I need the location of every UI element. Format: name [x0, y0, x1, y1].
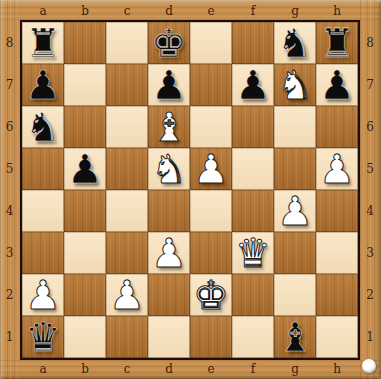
- square-e1[interactable]: [190, 316, 232, 358]
- square-g3[interactable]: [274, 232, 316, 274]
- file-label-f: f: [232, 360, 274, 378]
- rank-label-1: 1: [360, 316, 380, 358]
- piece-black-pawn[interactable]: ♟: [25, 65, 61, 106]
- file-label-b: b: [64, 3, 106, 20]
- file-label-d: d: [148, 360, 190, 378]
- rank-label-6: 6: [0, 106, 19, 148]
- square-b3[interactable]: [64, 232, 106, 274]
- square-d3[interactable]: ♟: [148, 232, 190, 274]
- file-label-h: h: [316, 360, 358, 378]
- square-h2[interactable]: [316, 274, 358, 316]
- white-to-move-indicator: [362, 359, 376, 373]
- square-b8[interactable]: [64, 22, 106, 64]
- square-f8[interactable]: [232, 22, 274, 64]
- square-h6[interactable]: [316, 106, 358, 148]
- rank-label-7: 7: [360, 64, 380, 106]
- square-b5[interactable]: ♟: [64, 148, 106, 190]
- square-e6[interactable]: [190, 106, 232, 148]
- piece-black-knight[interactable]: ♞: [277, 23, 313, 64]
- square-b2[interactable]: [64, 274, 106, 316]
- file-label-c: c: [106, 360, 148, 378]
- square-a4[interactable]: [22, 190, 64, 232]
- square-e4[interactable]: [190, 190, 232, 232]
- square-b6[interactable]: [64, 106, 106, 148]
- rank-label-8: 8: [360, 22, 380, 64]
- rank-label-5: 5: [360, 148, 380, 190]
- square-e3[interactable]: [190, 232, 232, 274]
- square-g2[interactable]: [274, 274, 316, 316]
- file-labels-top: abcdefgh: [22, 3, 358, 20]
- square-c1[interactable]: [106, 316, 148, 358]
- piece-white-pawn[interactable]: ♟: [277, 191, 313, 232]
- file-label-a: a: [22, 360, 64, 378]
- square-b7[interactable]: [64, 64, 106, 106]
- square-c3[interactable]: [106, 232, 148, 274]
- piece-white-bishop[interactable]: ♝: [151, 107, 187, 148]
- piece-white-queen[interactable]: ♛: [235, 233, 271, 274]
- square-a6[interactable]: ♞: [22, 106, 64, 148]
- file-label-g: g: [274, 3, 316, 20]
- rank-label-5: 5: [0, 148, 19, 190]
- square-b4[interactable]: [64, 190, 106, 232]
- piece-black-pawn[interactable]: ♟: [151, 65, 187, 106]
- square-d1[interactable]: [148, 316, 190, 358]
- square-h3[interactable]: [316, 232, 358, 274]
- piece-white-pawn[interactable]: ♟: [193, 149, 229, 190]
- piece-black-knight[interactable]: ♞: [25, 107, 61, 148]
- square-d5[interactable]: ♞: [148, 148, 190, 190]
- square-g7[interactable]: ♞: [274, 64, 316, 106]
- file-label-f: f: [232, 3, 274, 20]
- chess-board-window: abcdefgh abcdefgh 87654321 87654321 ♜♚♞♜…: [0, 0, 381, 379]
- rank-labels-left: 87654321: [0, 22, 19, 358]
- square-h1[interactable]: [316, 316, 358, 358]
- square-f5[interactable]: [232, 148, 274, 190]
- file-label-c: c: [106, 3, 148, 20]
- square-f7[interactable]: ♟: [232, 64, 274, 106]
- square-f3[interactable]: ♛: [232, 232, 274, 274]
- square-f6[interactable]: [232, 106, 274, 148]
- rank-label-4: 4: [360, 190, 380, 232]
- file-label-e: e: [190, 3, 232, 20]
- square-a5[interactable]: [22, 148, 64, 190]
- square-a3[interactable]: [22, 232, 64, 274]
- piece-black-bishop[interactable]: ♝: [277, 317, 313, 358]
- square-e2[interactable]: ♚: [190, 274, 232, 316]
- square-c4[interactable]: [106, 190, 148, 232]
- square-f2[interactable]: [232, 274, 274, 316]
- rank-label-3: 3: [0, 232, 19, 274]
- file-label-g: g: [274, 360, 316, 378]
- square-h8[interactable]: ♜: [316, 22, 358, 64]
- rank-label-3: 3: [360, 232, 380, 274]
- square-g1[interactable]: ♝: [274, 316, 316, 358]
- piece-black-pawn[interactable]: ♟: [319, 65, 355, 106]
- piece-white-pawn[interactable]: ♟: [109, 275, 145, 316]
- piece-black-rook[interactable]: ♜: [319, 23, 355, 64]
- square-a2[interactable]: ♟: [22, 274, 64, 316]
- square-d8[interactable]: ♚: [148, 22, 190, 64]
- piece-white-king[interactable]: ♚: [193, 275, 229, 316]
- square-c5[interactable]: [106, 148, 148, 190]
- square-h5[interactable]: ♟: [316, 148, 358, 190]
- square-h4[interactable]: [316, 190, 358, 232]
- rank-label-8: 8: [0, 22, 19, 64]
- square-e8[interactable]: [190, 22, 232, 64]
- rank-label-1: 1: [0, 316, 19, 358]
- square-c8[interactable]: [106, 22, 148, 64]
- piece-black-rook[interactable]: ♜: [25, 23, 61, 64]
- square-c6[interactable]: [106, 106, 148, 148]
- square-a7[interactable]: ♟: [22, 64, 64, 106]
- square-h7[interactable]: ♟: [316, 64, 358, 106]
- piece-white-knight[interactable]: ♞: [151, 149, 187, 190]
- square-d2[interactable]: [148, 274, 190, 316]
- square-g6[interactable]: [274, 106, 316, 148]
- square-e5[interactable]: ♟: [190, 148, 232, 190]
- square-a8[interactable]: ♜: [22, 22, 64, 64]
- file-labels-bottom: abcdefgh: [22, 360, 358, 378]
- square-g4[interactable]: ♟: [274, 190, 316, 232]
- file-label-a: a: [22, 3, 64, 20]
- square-f4[interactable]: [232, 190, 274, 232]
- piece-black-king[interactable]: ♚: [151, 23, 187, 64]
- piece-black-queen[interactable]: ♛: [25, 317, 61, 358]
- piece-white-knight[interactable]: ♞: [277, 65, 313, 106]
- square-e7[interactable]: [190, 64, 232, 106]
- file-label-h: h: [316, 3, 358, 20]
- piece-white-pawn[interactable]: ♟: [151, 233, 187, 274]
- rank-label-4: 4: [0, 190, 19, 232]
- piece-white-pawn[interactable]: ♟: [25, 275, 61, 316]
- rank-label-2: 2: [360, 274, 380, 316]
- square-g8[interactable]: ♞: [274, 22, 316, 64]
- chess-board: ♜♚♞♜♟♟♟♞♟♞♝♟♞♟♟♟♟♛♟♟♚♛♝: [20, 20, 360, 360]
- square-b1[interactable]: [64, 316, 106, 358]
- file-label-b: b: [64, 360, 106, 378]
- square-d4[interactable]: [148, 190, 190, 232]
- square-c7[interactable]: [106, 64, 148, 106]
- piece-white-pawn[interactable]: ♟: [319, 149, 355, 190]
- square-d7[interactable]: ♟: [148, 64, 190, 106]
- rank-labels-right: 87654321: [360, 22, 380, 358]
- rank-label-6: 6: [360, 106, 380, 148]
- rank-label-2: 2: [0, 274, 19, 316]
- square-g5[interactable]: [274, 148, 316, 190]
- square-a1[interactable]: ♛: [22, 316, 64, 358]
- square-d6[interactable]: ♝: [148, 106, 190, 148]
- piece-black-pawn[interactable]: ♟: [67, 149, 103, 190]
- file-label-d: d: [148, 3, 190, 20]
- rank-label-7: 7: [0, 64, 19, 106]
- file-label-e: e: [190, 360, 232, 378]
- piece-black-pawn[interactable]: ♟: [235, 65, 271, 106]
- square-c2[interactable]: ♟: [106, 274, 148, 316]
- square-f1[interactable]: [232, 316, 274, 358]
